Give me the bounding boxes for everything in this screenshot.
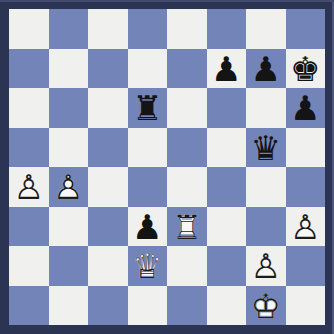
- black-pawn-icon: ♟: [207, 49, 247, 89]
- square-c2[interactable]: [88, 246, 128, 286]
- square-e8[interactable]: [167, 9, 207, 49]
- white-rook[interactable]: ♜♖: [167, 207, 207, 247]
- white-king-outline-icon: ♔: [246, 286, 286, 326]
- square-h3[interactable]: ♟♙: [286, 207, 326, 247]
- square-g2[interactable]: ♟♙: [246, 246, 286, 286]
- square-g3[interactable]: [246, 207, 286, 247]
- square-a8[interactable]: [9, 9, 49, 49]
- square-g5[interactable]: ♛: [246, 128, 286, 168]
- white-queen[interactable]: ♛♕: [128, 246, 168, 286]
- square-g1[interactable]: ♚♔: [246, 286, 286, 326]
- square-e5[interactable]: [167, 128, 207, 168]
- square-a5[interactable]: [9, 128, 49, 168]
- square-a4[interactable]: ♟♙: [9, 167, 49, 207]
- square-h1[interactable]: [286, 286, 326, 326]
- white-pawn-outline-icon: ♙: [49, 167, 89, 207]
- square-h7[interactable]: ♚: [286, 49, 326, 89]
- square-f8[interactable]: [207, 9, 247, 49]
- square-e7[interactable]: [167, 49, 207, 89]
- square-d3[interactable]: ♟: [128, 207, 168, 247]
- square-d5[interactable]: [128, 128, 168, 168]
- square-c7[interactable]: [88, 49, 128, 89]
- square-b5[interactable]: [49, 128, 89, 168]
- square-g7[interactable]: ♟: [246, 49, 286, 89]
- square-g8[interactable]: [246, 9, 286, 49]
- white-pawn-outline-icon: ♙: [9, 167, 49, 207]
- square-c1[interactable]: [88, 286, 128, 326]
- black-pawn[interactable]: ♟: [207, 49, 247, 89]
- black-queen[interactable]: ♛: [246, 128, 286, 168]
- square-d2[interactable]: ♛♕: [128, 246, 168, 286]
- square-d4[interactable]: [128, 167, 168, 207]
- square-f6[interactable]: [207, 88, 247, 128]
- square-e6[interactable]: [167, 88, 207, 128]
- square-d7[interactable]: [128, 49, 168, 89]
- square-g4[interactable]: [246, 167, 286, 207]
- square-d8[interactable]: [128, 9, 168, 49]
- white-queen-outline-icon: ♕: [128, 246, 168, 286]
- square-a7[interactable]: [9, 49, 49, 89]
- square-b6[interactable]: [49, 88, 89, 128]
- white-pawn[interactable]: ♟♙: [49, 167, 89, 207]
- square-b1[interactable]: [49, 286, 89, 326]
- black-pawn-icon: ♟: [286, 88, 326, 128]
- square-a6[interactable]: [9, 88, 49, 128]
- white-pawn-outline-icon: ♙: [246, 246, 286, 286]
- square-a3[interactable]: [9, 207, 49, 247]
- square-c3[interactable]: [88, 207, 128, 247]
- square-h8[interactable]: [286, 9, 326, 49]
- black-king[interactable]: ♚: [286, 49, 326, 89]
- square-f1[interactable]: [207, 286, 247, 326]
- square-h6[interactable]: ♟: [286, 88, 326, 128]
- black-queen-icon: ♛: [246, 128, 286, 168]
- square-h5[interactable]: [286, 128, 326, 168]
- black-rook[interactable]: ♜: [128, 88, 168, 128]
- square-d6[interactable]: ♜: [128, 88, 168, 128]
- square-b8[interactable]: [49, 9, 89, 49]
- square-f7[interactable]: ♟: [207, 49, 247, 89]
- square-c5[interactable]: [88, 128, 128, 168]
- square-b2[interactable]: [49, 246, 89, 286]
- black-pawn-icon: ♟: [246, 49, 286, 89]
- square-b3[interactable]: [49, 207, 89, 247]
- square-f5[interactable]: [207, 128, 247, 168]
- square-f2[interactable]: [207, 246, 247, 286]
- square-c6[interactable]: [88, 88, 128, 128]
- chess-board: ♟♟♚♜♟♛♟♙♟♙♟♜♖♟♙♛♕♟♙♚♔: [9, 9, 325, 325]
- white-king[interactable]: ♚♔: [246, 286, 286, 326]
- white-pawn-outline-icon: ♙: [286, 207, 326, 247]
- square-e2[interactable]: [167, 246, 207, 286]
- chess-board-frame: ♟♟♚♜♟♛♟♙♟♙♟♜♖♟♙♛♕♟♙♚♔: [0, 0, 334, 334]
- square-b7[interactable]: [49, 49, 89, 89]
- white-pawn[interactable]: ♟♙: [286, 207, 326, 247]
- black-pawn[interactable]: ♟: [246, 49, 286, 89]
- square-g6[interactable]: [246, 88, 286, 128]
- square-d1[interactable]: [128, 286, 168, 326]
- black-pawn[interactable]: ♟: [286, 88, 326, 128]
- square-e3[interactable]: ♜♖: [167, 207, 207, 247]
- square-a2[interactable]: [9, 246, 49, 286]
- square-e4[interactable]: [167, 167, 207, 207]
- square-f3[interactable]: [207, 207, 247, 247]
- square-f4[interactable]: [207, 167, 247, 207]
- square-b4[interactable]: ♟♙: [49, 167, 89, 207]
- white-pawn[interactable]: ♟♙: [246, 246, 286, 286]
- square-c4[interactable]: [88, 167, 128, 207]
- square-e1[interactable]: [167, 286, 207, 326]
- white-pawn[interactable]: ♟♙: [9, 167, 49, 207]
- square-h2[interactable]: [286, 246, 326, 286]
- black-rook-icon: ♜: [128, 88, 168, 128]
- white-rook-outline-icon: ♖: [167, 207, 207, 247]
- square-c8[interactable]: [88, 9, 128, 49]
- black-pawn-icon: ♟: [128, 207, 168, 247]
- square-a1[interactable]: [9, 286, 49, 326]
- black-pawn[interactable]: ♟: [128, 207, 168, 247]
- square-h4[interactable]: [286, 167, 326, 207]
- black-king-icon: ♚: [286, 49, 326, 89]
